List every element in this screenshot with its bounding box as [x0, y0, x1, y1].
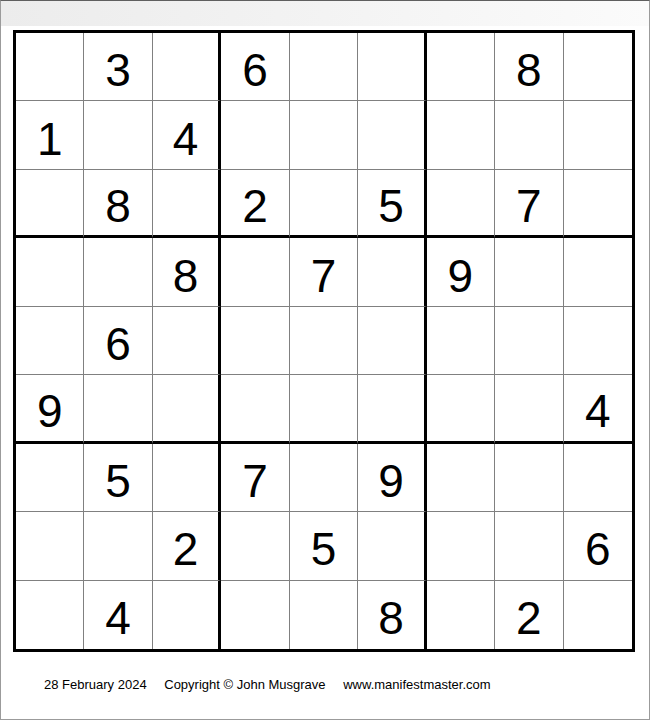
cell-r9c4[interactable] — [221, 581, 289, 649]
cell-r4c5[interactable]: 7 — [290, 238, 358, 306]
cell-r6c5[interactable] — [290, 375, 358, 443]
cell-r9c1[interactable] — [16, 581, 84, 649]
cell-r7c1[interactable] — [16, 444, 84, 512]
cell-r6c7[interactable] — [427, 375, 495, 443]
cell-r3c2[interactable]: 8 — [84, 170, 152, 238]
cell-r1c9[interactable] — [564, 33, 632, 101]
cell-r3c7[interactable] — [427, 170, 495, 238]
footer-date: 28 February 2024 — [44, 677, 147, 692]
cell-r9c3[interactable] — [153, 581, 221, 649]
cell-r9c5[interactable] — [290, 581, 358, 649]
cell-r2c7[interactable] — [427, 101, 495, 169]
footer-website-link[interactable]: www.manifestmaster.com — [343, 677, 490, 692]
cell-r3c9[interactable] — [564, 170, 632, 238]
cell-r4c9[interactable] — [564, 238, 632, 306]
cell-r5c7[interactable] — [427, 307, 495, 375]
cell-r8c8[interactable] — [495, 512, 563, 580]
cell-r9c7[interactable] — [427, 581, 495, 649]
cell-r4c4[interactable] — [221, 238, 289, 306]
cell-r7c2[interactable]: 5 — [84, 444, 152, 512]
cell-r9c9[interactable] — [564, 581, 632, 649]
cell-r2c2[interactable] — [84, 101, 152, 169]
cell-r8c6[interactable] — [358, 512, 426, 580]
cell-r2c4[interactable] — [221, 101, 289, 169]
cell-r4c7[interactable]: 9 — [427, 238, 495, 306]
cell-r1c3[interactable] — [153, 33, 221, 101]
cell-r7c4[interactable]: 7 — [221, 444, 289, 512]
cell-r5c5[interactable] — [290, 307, 358, 375]
header-gradient-band — [1, 1, 649, 26]
footer: 28 February 2024 Copyright © John Musgra… — [44, 677, 491, 692]
cell-r4c3[interactable]: 8 — [153, 238, 221, 306]
cell-r2c3[interactable]: 4 — [153, 101, 221, 169]
cell-r7c9[interactable] — [564, 444, 632, 512]
cell-r2c5[interactable] — [290, 101, 358, 169]
cell-r7c5[interactable] — [290, 444, 358, 512]
cell-r3c8[interactable]: 7 — [495, 170, 563, 238]
cell-r6c3[interactable] — [153, 375, 221, 443]
cell-r3c5[interactable] — [290, 170, 358, 238]
cell-r8c3[interactable]: 2 — [153, 512, 221, 580]
cell-r8c4[interactable] — [221, 512, 289, 580]
cell-r6c6[interactable] — [358, 375, 426, 443]
cell-r1c4[interactable]: 6 — [221, 33, 289, 101]
cell-r8c9[interactable]: 6 — [564, 512, 632, 580]
cell-r7c8[interactable] — [495, 444, 563, 512]
cell-r5c4[interactable] — [221, 307, 289, 375]
cell-r4c6[interactable] — [358, 238, 426, 306]
cell-r5c2[interactable]: 6 — [84, 307, 152, 375]
cell-r3c3[interactable] — [153, 170, 221, 238]
cell-r1c8[interactable]: 8 — [495, 33, 563, 101]
cell-r6c9[interactable]: 4 — [564, 375, 632, 443]
cell-r2c8[interactable] — [495, 101, 563, 169]
cell-r3c1[interactable] — [16, 170, 84, 238]
cell-r1c5[interactable] — [290, 33, 358, 101]
cell-r4c2[interactable] — [84, 238, 152, 306]
cell-r9c8[interactable]: 2 — [495, 581, 563, 649]
cell-r6c4[interactable] — [221, 375, 289, 443]
cell-r1c7[interactable] — [427, 33, 495, 101]
cell-r6c8[interactable] — [495, 375, 563, 443]
cell-r6c1[interactable]: 9 — [16, 375, 84, 443]
cell-r2c1[interactable]: 1 — [16, 101, 84, 169]
cell-r5c3[interactable] — [153, 307, 221, 375]
cell-r1c1[interactable] — [16, 33, 84, 101]
cell-r7c3[interactable] — [153, 444, 221, 512]
cell-r5c6[interactable] — [358, 307, 426, 375]
cell-r7c6[interactable]: 9 — [358, 444, 426, 512]
cell-r5c9[interactable] — [564, 307, 632, 375]
cell-r9c6[interactable]: 8 — [358, 581, 426, 649]
cell-r4c1[interactable] — [16, 238, 84, 306]
cell-r2c6[interactable] — [358, 101, 426, 169]
cell-r6c2[interactable] — [84, 375, 152, 443]
footer-copyright: Copyright © John Musgrave — [164, 677, 325, 692]
cell-r5c8[interactable] — [495, 307, 563, 375]
cell-r8c2[interactable] — [84, 512, 152, 580]
cell-r8c7[interactable] — [427, 512, 495, 580]
cell-r3c4[interactable]: 2 — [221, 170, 289, 238]
sudoku-grid: 368148257879694579256482 — [13, 30, 635, 652]
cell-r1c6[interactable] — [358, 33, 426, 101]
cell-r8c5[interactable]: 5 — [290, 512, 358, 580]
cell-r3c6[interactable]: 5 — [358, 170, 426, 238]
cell-r8c1[interactable] — [16, 512, 84, 580]
cell-r5c1[interactable] — [16, 307, 84, 375]
cell-r1c2[interactable]: 3 — [84, 33, 152, 101]
cell-r7c7[interactable] — [427, 444, 495, 512]
cell-r4c8[interactable] — [495, 238, 563, 306]
cell-r2c9[interactable] — [564, 101, 632, 169]
cell-r9c2[interactable]: 4 — [84, 581, 152, 649]
page: 368148257879694579256482 28 February 202… — [0, 0, 650, 720]
